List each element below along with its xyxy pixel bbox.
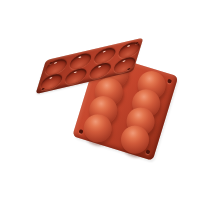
corner-hole — [127, 68, 131, 71]
corner-hole — [167, 79, 171, 83]
corner-hole — [79, 129, 83, 133]
corner-hole — [146, 150, 150, 154]
half-sphere-cavity — [63, 67, 88, 86]
product-photo — [0, 0, 212, 201]
half-sphere-cavity — [87, 61, 112, 80]
